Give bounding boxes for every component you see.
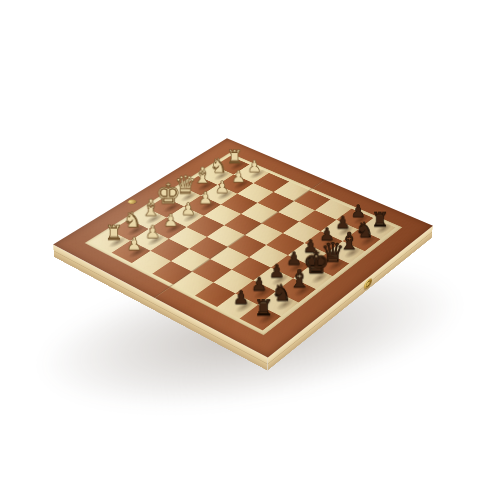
product-photo-chess-set: ♜♞♝♚♛♝♞♜♟♟♟♟♟♟♟♟♟♟♟♟♟♟♟♟♜♞♝♚♛♝♞♜ (0, 0, 500, 500)
board-top: ♜♞♝♚♛♝♞♜♟♟♟♟♟♟♟♟♟♟♟♟♟♟♟♟♜♞♝♚♛♝♞♜ (53, 138, 433, 357)
folding-chessboard: ♜♞♝♚♛♝♞♜♟♟♟♟♟♟♟♟♟♟♟♟♟♟♟♟♜♞♝♚♛♝♞♜ (53, 138, 433, 357)
scene: ♜♞♝♚♛♝♞♜♟♟♟♟♟♟♟♟♟♟♟♟♟♟♟♟♜♞♝♚♛♝♞♜ (0, 0, 500, 500)
piece-black-rook: ♜ (243, 273, 282, 319)
latch-ring (365, 280, 370, 289)
piece-white-pawn: ♟ (115, 210, 152, 253)
brass-latch (363, 277, 371, 291)
